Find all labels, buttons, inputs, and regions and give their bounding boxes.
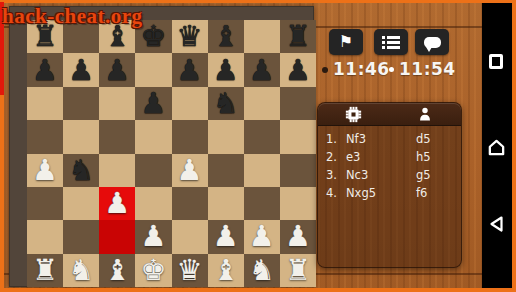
black-pawn: ♟ [104, 56, 130, 85]
move-row[interactable]: 4.Nxg5f6 [318, 184, 461, 202]
black-pawn: ♟ [68, 56, 94, 85]
move-number: 3. [326, 166, 337, 184]
board-square[interactable] [208, 120, 244, 153]
board-square[interactable]: ♟ [99, 53, 135, 86]
board-square[interactable]: ♟ [135, 87, 171, 120]
screenshot-border [0, 0, 516, 3]
white-move: Nf3 [346, 130, 366, 148]
board-square[interactable]: ♟ [135, 220, 171, 253]
white-bishop: ♝ [213, 256, 239, 285]
white-rook: ♜ [285, 256, 311, 285]
board-square[interactable] [135, 53, 171, 86]
move-list-button[interactable] [374, 29, 408, 55]
board-square[interactable]: ♟ [27, 53, 63, 86]
board-square[interactable] [244, 20, 280, 53]
flag-icon: ⚑ [339, 34, 353, 50]
screenshot-border [0, 288, 516, 292]
human-player-slot [390, 106, 462, 122]
android-nav-bar [482, 0, 512, 292]
board-square[interactable] [172, 220, 208, 253]
board-square[interactable] [172, 120, 208, 153]
black-move: g5 [416, 166, 431, 184]
black-pawn: ♟ [249, 56, 275, 85]
board-square[interactable]: ♟ [172, 53, 208, 86]
board-square[interactable] [63, 87, 99, 120]
watermark: hack-cheat.org [2, 4, 143, 29]
white-pawn: ♟ [104, 189, 130, 218]
black-move: d5 [416, 130, 431, 148]
board-square[interactable]: ♞ [63, 154, 99, 187]
board-square[interactable]: ♜ [27, 254, 63, 287]
board-square[interactable] [280, 120, 316, 153]
board-square[interactable]: ♟ [99, 187, 135, 220]
white-queen: ♛ [177, 256, 203, 285]
white-pawn: ♟ [177, 156, 203, 185]
black-pawn: ♟ [285, 56, 311, 85]
players-header [318, 103, 461, 126]
black-move: h5 [416, 148, 431, 166]
white-pawn: ♟ [32, 156, 58, 185]
white-king: ♚ [140, 256, 166, 285]
white-rook: ♜ [32, 256, 58, 285]
chess-app-screen: ♜♝♚♛♝♜♟♟♟♟♟♟♟♟♞♟♞♟♟♟♟♟♟♜♞♝♚♛♝♞♜ ⚑ 11:46 … [0, 0, 516, 292]
chat-bubble-icon [424, 37, 441, 48]
black-move: f6 [416, 184, 427, 202]
board-square[interactable] [208, 154, 244, 187]
board-square[interactable]: ♟ [280, 220, 316, 253]
black-rook: ♜ [285, 22, 311, 51]
board-square[interactable] [27, 220, 63, 253]
white-move: e3 [346, 148, 360, 166]
board-square[interactable]: ♝ [208, 254, 244, 287]
white-pawn: ♟ [213, 222, 239, 251]
black-queen: ♛ [177, 22, 203, 51]
back-icon [488, 215, 505, 233]
person-icon [417, 106, 433, 122]
chat-button[interactable] [415, 29, 449, 55]
board-square[interactable] [280, 154, 316, 187]
board-square[interactable] [244, 87, 280, 120]
board-square[interactable]: ♝ [208, 20, 244, 53]
move-row[interactable]: 3.Nc3g5 [318, 166, 461, 184]
board-square[interactable] [27, 87, 63, 120]
board-square[interactable] [27, 120, 63, 153]
screenshot-border [512, 0, 516, 292]
board-square[interactable]: ♟ [280, 53, 316, 86]
home-button[interactable] [487, 138, 506, 161]
board-square[interactable]: ♛ [172, 20, 208, 53]
move-list-panel: 1.Nf3d52.e3h53.Nc3g54.Nxg5f6 [317, 102, 462, 268]
board-square[interactable] [208, 187, 244, 220]
white-move: Nxg5 [346, 184, 376, 202]
black-pawn: ♟ [140, 89, 166, 118]
board-square[interactable] [280, 87, 316, 120]
board-square[interactable] [99, 87, 135, 120]
black-king: ♚ [140, 22, 166, 51]
board-square[interactable]: ♝ [99, 254, 135, 287]
computer-chip-icon [345, 106, 362, 123]
move-list: 1.Nf3d52.e3h53.Nc3g54.Nxg5f6 [318, 130, 461, 202]
board-square[interactable] [244, 120, 280, 153]
black-clock-indicator-dot [389, 67, 394, 72]
board-square[interactable]: ♟ [63, 53, 99, 86]
recents-button[interactable] [489, 54, 503, 69]
board-square[interactable]: ♟ [208, 53, 244, 86]
board-square[interactable] [244, 154, 280, 187]
board-square[interactable]: ♟ [172, 154, 208, 187]
white-move: Nc3 [346, 166, 368, 184]
board-square[interactable] [99, 120, 135, 153]
white-clock-indicator-dot [322, 67, 328, 73]
board-square[interactable]: ♟ [244, 220, 280, 253]
board-square[interactable] [135, 154, 171, 187]
black-pawn: ♟ [213, 56, 239, 85]
board-square[interactable] [172, 87, 208, 120]
board-square[interactable] [63, 120, 99, 153]
board-square[interactable] [135, 187, 171, 220]
chess-board-frame: ♜♝♚♛♝♜♟♟♟♟♟♟♟♟♞♟♞♟♟♟♟♟♟♜♞♝♚♛♝♞♜ [9, 6, 314, 287]
board-square[interactable]: ♟ [244, 53, 280, 86]
move-number: 2. [326, 148, 337, 166]
board-square[interactable]: ♞ [208, 87, 244, 120]
board-square[interactable] [99, 220, 135, 253]
black-clock: 11:54 [399, 59, 456, 79]
board-square[interactable]: ♞ [244, 254, 280, 287]
white-knight: ♞ [249, 256, 275, 285]
board-square[interactable] [135, 120, 171, 153]
black-knight: ♞ [68, 156, 94, 185]
board-square[interactable]: ♜ [280, 20, 316, 53]
move-row[interactable]: 2.e3h5 [318, 148, 461, 166]
board-square[interactable] [99, 154, 135, 187]
resign-flag-button[interactable]: ⚑ [329, 29, 363, 55]
white-pawn: ♟ [140, 222, 166, 251]
board-square[interactable]: ♚ [135, 254, 171, 287]
board-square[interactable]: ♜ [280, 254, 316, 287]
black-bishop: ♝ [213, 22, 239, 51]
move-number: 1. [326, 130, 337, 148]
board-square[interactable]: ♟ [27, 154, 63, 187]
board-square[interactable]: ♞ [63, 254, 99, 287]
back-button[interactable] [488, 215, 505, 237]
board-square[interactable]: ♛ [172, 254, 208, 287]
move-number: 4. [326, 184, 337, 202]
board-square[interactable] [244, 187, 280, 220]
list-icon [382, 35, 400, 50]
board-square[interactable] [172, 187, 208, 220]
board-square[interactable] [27, 187, 63, 220]
board-square[interactable] [63, 220, 99, 253]
black-knight: ♞ [213, 89, 239, 118]
computer-player-slot [318, 106, 390, 123]
white-clock: 11:46 [333, 59, 390, 79]
move-row[interactable]: 1.Nf3d5 [318, 130, 461, 148]
white-pawn: ♟ [249, 222, 275, 251]
chess-board[interactable]: ♜♝♚♛♝♜♟♟♟♟♟♟♟♟♞♟♞♟♟♟♟♟♟♜♞♝♚♛♝♞♜ [27, 20, 316, 287]
black-pawn: ♟ [177, 56, 203, 85]
white-pawn: ♟ [285, 222, 311, 251]
board-square[interactable] [63, 187, 99, 220]
white-bishop: ♝ [104, 256, 130, 285]
white-knight: ♞ [68, 256, 94, 285]
board-square[interactable]: ♟ [208, 220, 244, 253]
board-square[interactable] [280, 187, 316, 220]
black-pawn: ♟ [32, 56, 58, 85]
home-icon [487, 138, 506, 157]
